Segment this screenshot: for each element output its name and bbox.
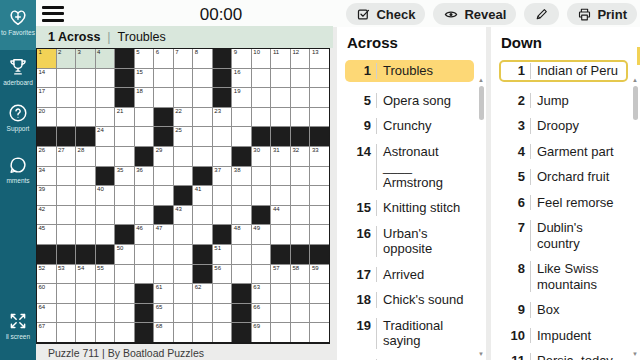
grid-cell[interactable] xyxy=(174,323,193,342)
grid-cell[interactable] xyxy=(310,186,329,205)
grid-cell[interactable]: 9 xyxy=(232,49,251,68)
down-clue-10[interactable]: 10Impudent xyxy=(499,325,628,347)
grid-cell[interactable] xyxy=(174,245,193,264)
grid-cell[interactable] xyxy=(174,88,193,107)
grid-cell[interactable]: 64 xyxy=(37,304,56,323)
grid-cell[interactable] xyxy=(174,69,193,88)
grid-cell[interactable] xyxy=(115,147,134,166)
cell-number: 50 xyxy=(117,245,124,252)
grid-cell[interactable] xyxy=(213,147,232,166)
grid-cell-black xyxy=(135,304,154,323)
down-clue-7[interactable]: 7Dublin's country xyxy=(499,217,628,254)
grid-cell[interactable] xyxy=(271,88,290,107)
grid-cell[interactable]: 68 xyxy=(154,323,173,342)
grid-cell-black xyxy=(291,127,310,146)
grid-cell[interactable]: 11 xyxy=(271,49,290,68)
grid-cell[interactable] xyxy=(213,127,232,146)
hamburger-icon xyxy=(42,6,64,9)
cell-number: 54 xyxy=(78,265,85,272)
grid-cell[interactable]: 52 xyxy=(37,265,56,284)
grid-cell[interactable]: 57 xyxy=(271,265,290,284)
cell-number: 62 xyxy=(195,284,202,291)
grid-cell[interactable]: 65 xyxy=(154,304,173,323)
grid-cell[interactable] xyxy=(96,69,115,88)
grid-cell[interactable] xyxy=(232,206,251,225)
grid-cell[interactable] xyxy=(271,167,290,186)
grid-cell[interactable] xyxy=(291,206,310,225)
grid-cell[interactable]: 23 xyxy=(213,108,232,127)
grid-cell[interactable] xyxy=(174,147,193,166)
down-clue-list: 1Indian of Peru2Jump3Droopy4Garment part… xyxy=(499,60,628,360)
grid-cell[interactable]: 10 xyxy=(252,49,271,68)
cell-number: 44 xyxy=(273,206,280,213)
grid-cell[interactable] xyxy=(76,323,95,342)
grid-cell[interactable]: 56 xyxy=(213,265,232,284)
sidebar-item-label: ll screen xyxy=(0,333,36,340)
sidebar-item-support[interactable]: Support xyxy=(0,102,36,132)
grid-cell[interactable] xyxy=(193,206,212,225)
grid-cell[interactable]: 47 xyxy=(154,225,173,244)
grid-cell[interactable]: 25 xyxy=(174,127,193,146)
grid-cell[interactable] xyxy=(252,186,271,205)
grid-cell[interactable] xyxy=(96,304,115,323)
grid-cell[interactable] xyxy=(193,69,212,88)
grid-cell[interactable] xyxy=(57,304,76,323)
across-clue-14[interactable]: 14Astronaut ____ Armstrong xyxy=(345,141,474,194)
grid-cell[interactable]: 16 xyxy=(232,69,251,88)
cell-number: 37 xyxy=(214,167,221,174)
grid-cell[interactable] xyxy=(115,265,134,284)
grid-cell[interactable]: 48 xyxy=(232,225,251,244)
across-clue-19[interactable]: 19Traditional saying xyxy=(345,315,474,352)
grid-cell[interactable] xyxy=(232,127,251,146)
grid-cell[interactable] xyxy=(252,167,271,186)
grid-cell[interactable] xyxy=(154,265,173,284)
grid-cell[interactable] xyxy=(96,284,115,303)
grid-cell[interactable] xyxy=(76,206,95,225)
clue-text: Opera song xyxy=(376,93,451,109)
grid-cell[interactable] xyxy=(252,69,271,88)
grid-cell[interactable] xyxy=(135,206,154,225)
eye-icon xyxy=(443,7,459,22)
grid-cell[interactable] xyxy=(115,186,134,205)
grid-cell[interactable] xyxy=(291,167,310,186)
grid-cell[interactable] xyxy=(310,69,329,88)
grid-cell[interactable] xyxy=(96,108,115,127)
cell-number: 28 xyxy=(78,147,85,154)
grid-cell-black xyxy=(37,245,56,264)
grid-cell[interactable]: 3 xyxy=(76,49,95,68)
grid-cell-black xyxy=(76,127,95,146)
grid-cell[interactable] xyxy=(193,304,212,323)
grid-cell[interactable]: 46 xyxy=(135,225,154,244)
cell-number: 55 xyxy=(97,265,104,272)
clue-text: Orchard fruit xyxy=(530,169,609,185)
grid-cell[interactable] xyxy=(154,245,173,264)
grid-cell[interactable]: 38 xyxy=(232,167,251,186)
cell-number: 63 xyxy=(253,284,260,291)
cell-number: 46 xyxy=(136,225,143,232)
grid-cell[interactable] xyxy=(213,206,232,225)
down-clue-5[interactable]: 5Orchard fruit xyxy=(499,166,628,188)
grid-cell[interactable] xyxy=(232,108,251,127)
grid-cell-black xyxy=(57,245,76,264)
grid-cell[interactable] xyxy=(193,127,212,146)
grid-cell[interactable] xyxy=(252,245,271,264)
grid-cell[interactable] xyxy=(310,206,329,225)
grid-cell[interactable] xyxy=(57,186,76,205)
clue-number: 16 xyxy=(349,226,376,257)
grid-cell[interactable] xyxy=(154,69,173,88)
clue-number: 17 xyxy=(349,267,376,283)
across-clue-1[interactable]: 1Troubles xyxy=(345,60,474,82)
grid-cell[interactable] xyxy=(96,225,115,244)
across-clue-16[interactable]: 16Urban's opposite xyxy=(345,223,474,260)
grid-cell[interactable] xyxy=(271,69,290,88)
grid-cell[interactable] xyxy=(135,127,154,146)
pencil-button[interactable] xyxy=(524,3,559,25)
grid-cell[interactable] xyxy=(154,186,173,205)
grid-cell[interactable] xyxy=(76,304,95,323)
down-panel: Down 1Indian of Peru2Jump3Droopy4Garment… xyxy=(491,27,640,360)
grid-cell-black xyxy=(291,245,310,264)
grid-cell[interactable] xyxy=(154,167,173,186)
cell-number: 19 xyxy=(234,88,241,95)
grid-cell[interactable] xyxy=(76,167,95,186)
print-button[interactable]: Print xyxy=(567,3,637,25)
grid-cell[interactable]: 1 xyxy=(37,49,56,68)
grid-cell[interactable] xyxy=(115,284,134,303)
grid-cell[interactable] xyxy=(193,88,212,107)
grid-cell[interactable] xyxy=(271,284,290,303)
sidebar-item-leaderboard[interactable]: aderboard xyxy=(0,56,36,86)
grid-cell[interactable]: 59 xyxy=(310,265,329,284)
down-clue-9[interactable]: 9Box xyxy=(499,299,628,321)
grid-cell[interactable] xyxy=(252,265,271,284)
scroll-up-icon[interactable]: ▲ xyxy=(631,77,639,83)
grid-cell[interactable]: 66 xyxy=(252,304,271,323)
grid-cell[interactable] xyxy=(232,245,251,264)
cell-number: 29 xyxy=(156,147,163,154)
clue-number: 1 xyxy=(349,63,376,79)
cell-number: 58 xyxy=(292,265,299,272)
grid-cell[interactable]: 19 xyxy=(232,88,251,107)
clue-text: Persia, today xyxy=(530,353,613,360)
grid-cell[interactable]: 31 xyxy=(271,147,290,166)
scroll-down-icon[interactable]: ▼ xyxy=(631,351,639,357)
grid-cell[interactable] xyxy=(213,323,232,342)
grid-cell[interactable] xyxy=(271,323,290,342)
question-circle-icon xyxy=(7,102,29,124)
grid-cell[interactable] xyxy=(96,147,115,166)
grid-cell-black xyxy=(154,127,173,146)
clue-text: Chick's sound xyxy=(376,292,464,308)
crossword-app: to Favorites aderboard Support mments xyxy=(0,0,640,360)
grid-cell[interactable] xyxy=(57,206,76,225)
sidebar-item-full-screen[interactable]: ll screen xyxy=(0,310,36,340)
grid-cell-black xyxy=(96,245,115,264)
grid-cell[interactable] xyxy=(76,88,95,107)
grid-cell[interactable]: 58 xyxy=(291,265,310,284)
timer-display: 00:00 xyxy=(176,5,266,25)
grid-cell[interactable]: 39 xyxy=(37,186,56,205)
cell-number: 11 xyxy=(273,49,279,56)
grid-cell[interactable]: 67 xyxy=(37,323,56,342)
grid-cell[interactable]: 15 xyxy=(135,69,154,88)
grid-cell[interactable]: 22 xyxy=(174,108,193,127)
grid-cell[interactable] xyxy=(76,69,95,88)
down-scrollbar[interactable]: ▲ ▼ xyxy=(631,77,639,357)
grid-cell[interactable]: 37 xyxy=(213,167,232,186)
grid-cell[interactable]: 7 xyxy=(174,49,193,68)
grid-cell[interactable] xyxy=(135,108,154,127)
grid-cell[interactable] xyxy=(310,167,329,186)
grid-cell[interactable]: 50 xyxy=(115,245,134,264)
grid-cell[interactable] xyxy=(174,284,193,303)
grid-cell[interactable]: 49 xyxy=(252,225,271,244)
cell-number: 31 xyxy=(273,147,280,154)
grid-cell[interactable]: 17 xyxy=(37,88,56,107)
grid-cell[interactable] xyxy=(310,304,329,323)
cell-number: 10 xyxy=(253,49,260,56)
expand-icon xyxy=(7,310,29,332)
grid-cell[interactable] xyxy=(115,304,134,323)
grid-cell[interactable] xyxy=(271,108,290,127)
grid-cell[interactable] xyxy=(96,323,115,342)
grid-cell[interactable] xyxy=(291,284,310,303)
sidebar-item-add-to-favorites[interactable]: to Favorites xyxy=(0,0,36,50)
across-clue-9[interactable]: 9Crunchy xyxy=(345,115,474,137)
grid-cell[interactable]: 30 xyxy=(252,147,271,166)
grid-cell[interactable] xyxy=(291,186,310,205)
grid-cell[interactable] xyxy=(115,206,134,225)
across-clue-15[interactable]: 15Knitting stitch xyxy=(345,197,474,219)
grid-cell[interactable] xyxy=(310,88,329,107)
clue-text: Knitting stitch xyxy=(376,200,460,216)
trophy-icon xyxy=(7,56,29,78)
grid-cell[interactable] xyxy=(252,88,271,107)
grid-cell[interactable] xyxy=(57,167,76,186)
across-header: Across xyxy=(347,34,474,51)
check-button[interactable]: Check xyxy=(346,3,425,25)
cell-number: 14 xyxy=(39,69,46,76)
grid-cell[interactable]: 42 xyxy=(37,206,56,225)
scrollbar-thumb[interactable] xyxy=(479,86,484,120)
clue-number: 5 xyxy=(349,93,376,109)
clue-text: Indian of Peru xyxy=(530,63,618,79)
scroll-up-icon[interactable]: ▲ xyxy=(477,77,485,83)
across-clue-20[interactable]: 20Attraction xyxy=(345,356,474,360)
cell-number: 32 xyxy=(292,147,299,154)
grid-cell[interactable] xyxy=(193,323,212,342)
grid-cell[interactable] xyxy=(271,304,290,323)
grid-cell[interactable] xyxy=(174,167,193,186)
grid-cell[interactable]: 20 xyxy=(37,108,56,127)
clue-text: Arrived xyxy=(376,267,424,283)
grid-cell-black xyxy=(271,127,290,146)
grid-cell[interactable]: 61 xyxy=(154,284,173,303)
grid-cell[interactable]: 60 xyxy=(37,284,56,303)
cell-number: 34 xyxy=(39,167,46,174)
down-clue-6[interactable]: 6Feel remorse xyxy=(499,192,628,214)
grid-cell[interactable]: 6 xyxy=(154,49,173,68)
grid-cell[interactable] xyxy=(135,186,154,205)
grid-cell[interactable] xyxy=(193,225,212,244)
down-clue-1[interactable]: 1Indian of Peru xyxy=(499,60,628,82)
grid-cell[interactable] xyxy=(115,127,134,146)
menu-button[interactable] xyxy=(42,6,64,22)
grid-cell[interactable] xyxy=(76,186,95,205)
grid-cell[interactable]: 24 xyxy=(96,127,115,146)
down-clue-11[interactable]: 11Persia, today xyxy=(499,350,628,360)
grid-cell[interactable]: 5 xyxy=(135,49,154,68)
clue-number: 7 xyxy=(503,220,530,251)
clue-text: Box xyxy=(530,302,559,318)
grid-cell[interactable]: 18 xyxy=(135,88,154,107)
grid-cell[interactable]: 13 xyxy=(310,49,329,68)
grid-cell[interactable] xyxy=(310,108,329,127)
clue-number: 15 xyxy=(349,200,376,216)
grid-cell[interactable]: 63 xyxy=(252,284,271,303)
grid-cell[interactable]: 21 xyxy=(115,108,134,127)
grid-cell[interactable]: 34 xyxy=(37,167,56,186)
grid-cell-black xyxy=(115,225,134,244)
cell-number: 4 xyxy=(97,49,100,56)
scrollbar-thumb[interactable] xyxy=(633,86,638,120)
grid-cell[interactable]: 29 xyxy=(154,147,173,166)
grid-cell[interactable]: 32 xyxy=(291,147,310,166)
grid-cell[interactable]: 36 xyxy=(135,167,154,186)
grid-cell[interactable]: 62 xyxy=(193,284,212,303)
grid-cell[interactable]: 55 xyxy=(96,265,115,284)
grid-cell-black xyxy=(232,147,251,166)
grid-cell-black xyxy=(213,225,232,244)
grid-cell[interactable] xyxy=(135,265,154,284)
down-clue-4[interactable]: 4Garment part xyxy=(499,141,628,163)
grid-cell[interactable] xyxy=(57,225,76,244)
hamburger-icon xyxy=(42,19,64,22)
grid-cell-black xyxy=(154,206,173,225)
grid-cell[interactable]: 44 xyxy=(271,206,290,225)
grid-cell[interactable] xyxy=(232,265,251,284)
grid-cell[interactable] xyxy=(310,225,329,244)
grid-cell[interactable]: 27 xyxy=(57,147,76,166)
across-clue-17[interactable]: 17Arrived xyxy=(345,264,474,286)
grid-cell[interactable]: 69 xyxy=(252,323,271,342)
grid-cell[interactable] xyxy=(193,108,212,127)
grid-cell[interactable] xyxy=(174,225,193,244)
grid-cell[interactable]: 28 xyxy=(76,147,95,166)
grid-cell[interactable] xyxy=(291,108,310,127)
grid-cell[interactable] xyxy=(310,284,329,303)
grid-cell[interactable] xyxy=(291,225,310,244)
grid-cell[interactable] xyxy=(174,265,193,284)
grid-cell[interactable]: 2 xyxy=(57,49,76,68)
grid-cell[interactable] xyxy=(310,323,329,342)
grid-cell[interactable]: 51 xyxy=(213,245,232,264)
clue-number: 10 xyxy=(503,328,530,344)
grid-cell-black xyxy=(252,206,271,225)
grid-cell[interactable]: 41 xyxy=(193,186,212,205)
grid-cell[interactable] xyxy=(135,245,154,264)
grid-cell-black xyxy=(96,167,115,186)
grid-cell[interactable] xyxy=(57,284,76,303)
grid-cell[interactable] xyxy=(232,186,251,205)
across-scrollbar[interactable]: ▲ ▼ xyxy=(477,77,485,357)
grid-cell[interactable] xyxy=(57,108,76,127)
grid-cell[interactable]: 43 xyxy=(174,206,193,225)
across-clue-5[interactable]: 5Opera song xyxy=(345,90,474,112)
grid-cell[interactable] xyxy=(57,88,76,107)
grid-cell[interactable] xyxy=(154,88,173,107)
grid-cell[interactable] xyxy=(174,304,193,323)
grid-cell[interactable]: 33 xyxy=(310,147,329,166)
grid-cell[interactable]: 4 xyxy=(96,49,115,68)
clue-text: Garment part xyxy=(530,144,614,160)
clue-text: Jump xyxy=(530,93,569,109)
sidebar-item-label: to Favorites xyxy=(0,29,36,36)
grid-cell[interactable] xyxy=(76,108,95,127)
grid-cell[interactable]: 8 xyxy=(193,49,212,68)
grid-cell[interactable] xyxy=(291,304,310,323)
grid-cell-black xyxy=(115,69,134,88)
grid-cell[interactable]: 53 xyxy=(57,265,76,284)
grid-cell[interactable] xyxy=(213,284,232,303)
grid-cell[interactable] xyxy=(271,186,290,205)
grid-cell[interactable]: 40 xyxy=(96,186,115,205)
down-clue-8[interactable]: 8Like Swiss mountains xyxy=(499,258,628,295)
grid-cell[interactable] xyxy=(213,304,232,323)
grid-cell[interactable]: 12 xyxy=(291,49,310,68)
grid-cell[interactable] xyxy=(57,323,76,342)
down-clue-3[interactable]: 3Droopy xyxy=(499,115,628,137)
cell-number: 43 xyxy=(175,206,182,213)
grid-cell[interactable] xyxy=(96,88,115,107)
grid-cell[interactable] xyxy=(57,69,76,88)
cell-number: 20 xyxy=(39,108,46,115)
cell-number: 68 xyxy=(156,323,163,330)
grid-cell[interactable] xyxy=(76,284,95,303)
grid-cell[interactable] xyxy=(96,206,115,225)
cell-number: 25 xyxy=(175,127,182,134)
grid-cell[interactable] xyxy=(291,323,310,342)
clue-number: 14 xyxy=(349,144,376,191)
grid-cell[interactable] xyxy=(291,69,310,88)
grid-cell[interactable]: 45 xyxy=(37,225,56,244)
scroll-down-icon[interactable]: ▼ xyxy=(477,351,485,357)
grid-cell[interactable] xyxy=(213,186,232,205)
grid-cell[interactable] xyxy=(115,323,134,342)
grid-cell[interactable] xyxy=(193,147,212,166)
clue-text: Crunchy xyxy=(376,118,431,134)
grid-cell[interactable]: 54 xyxy=(76,265,95,284)
grid-cell[interactable]: 26 xyxy=(37,147,56,166)
down-clue-2[interactable]: 2Jump xyxy=(499,90,628,112)
grid-cell[interactable] xyxy=(291,88,310,107)
across-clue-18[interactable]: 18Chick's sound xyxy=(345,289,474,311)
grid-cell[interactable] xyxy=(76,225,95,244)
clue-bar-separator: | xyxy=(107,30,110,44)
reveal-button[interactable]: Reveal xyxy=(433,3,516,25)
grid-cell-black xyxy=(76,245,95,264)
clue-number: 8 xyxy=(503,261,530,292)
grid-cell[interactable]: 14 xyxy=(37,69,56,88)
grid-cell[interactable] xyxy=(252,108,271,127)
grid-cell-black xyxy=(213,49,232,68)
grid-cell[interactable]: 35 xyxy=(115,167,134,186)
grid-cell[interactable] xyxy=(271,225,290,244)
sidebar-item-comments[interactable]: mments xyxy=(0,154,36,184)
